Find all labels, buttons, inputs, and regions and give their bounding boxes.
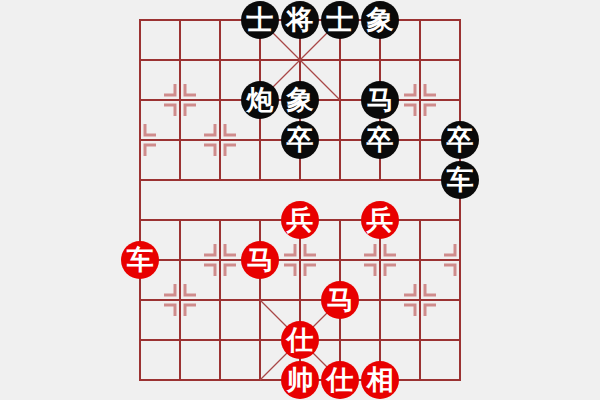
piece-black-advisor[interactable]: 士 [241,1,279,39]
board-cell[interactable] [440,200,480,240]
board-cell[interactable]: 帅 [280,360,320,400]
piece-black-advisor[interactable]: 士 [321,1,359,39]
board-cell[interactable]: 士 [320,0,360,40]
board-cell[interactable] [200,200,240,240]
board-cell[interactable] [440,320,480,360]
board-cell[interactable]: 卒 [360,120,400,160]
board-cell[interactable]: 卒 [280,120,320,160]
board-cell[interactable] [360,40,400,80]
board-cell[interactable] [120,200,160,240]
piece-black-general[interactable]: 将 [281,1,319,39]
board-cell[interactable]: 兵 [360,200,400,240]
board-cell[interactable] [160,40,200,80]
piece-red-horse[interactable]: 马 [321,281,359,319]
board-cell[interactable] [440,40,480,80]
board-cell[interactable] [400,0,440,40]
board-cell[interactable] [320,240,360,280]
board-cell[interactable] [200,0,240,40]
piece-red-general[interactable]: 帅 [281,361,319,399]
board-cell[interactable] [160,280,200,320]
board-cell[interactable] [200,240,240,280]
board-cell[interactable]: 象 [360,0,400,40]
board-cell[interactable]: 仕 [320,360,360,400]
board-cell[interactable] [120,160,160,200]
board-cell[interactable] [200,360,240,400]
piece-black-elephant[interactable]: 象 [361,1,399,39]
board-cell[interactable] [440,240,480,280]
board-cell[interactable]: 车 [440,160,480,200]
board-cell[interactable] [440,0,480,40]
board-cell[interactable] [440,80,480,120]
piece-red-elephant[interactable]: 相 [361,361,399,399]
board-cell[interactable]: 马 [320,280,360,320]
board-cell[interactable] [440,280,480,320]
board-cell[interactable] [240,280,280,320]
board-cell[interactable] [160,240,200,280]
xiangqi-board: 士将士象炮象马卒卒卒车兵兵车马马仕帅仕相 [0,0,600,400]
piece-red-advisor[interactable]: 仕 [321,361,359,399]
board-cell[interactable] [160,0,200,40]
board-cell[interactable] [160,200,200,240]
board-cell[interactable] [120,0,160,40]
board-cell[interactable] [200,160,240,200]
board-cell[interactable] [240,120,280,160]
board-cell[interactable] [360,160,400,200]
board-cell[interactable] [160,120,200,160]
board-cell[interactable] [240,320,280,360]
board-intersections: 士将士象炮象马卒卒卒车兵兵车马马仕帅仕相 [120,0,480,400]
board-cell[interactable] [320,320,360,360]
board-cell[interactable] [320,200,360,240]
board-cell[interactable] [400,240,440,280]
board-cell[interactable] [240,160,280,200]
board-cell[interactable]: 马 [360,80,400,120]
board-cell[interactable] [400,40,440,80]
board-cell[interactable]: 卒 [440,120,480,160]
piece-black-elephant[interactable]: 象 [281,81,319,119]
piece-black-soldier[interactable]: 卒 [281,121,319,159]
piece-black-cannon[interactable]: 炮 [241,81,279,119]
board-cell[interactable] [160,160,200,200]
board-cell[interactable] [200,320,240,360]
board-cell[interactable]: 士 [240,0,280,40]
board-cell[interactable]: 车 [120,240,160,280]
piece-red-soldier[interactable]: 兵 [281,201,319,239]
board-cell[interactable] [400,120,440,160]
board-cell[interactable] [280,240,320,280]
board-cell[interactable] [200,280,240,320]
board-cell[interactable] [200,80,240,120]
board-cell[interactable] [280,280,320,320]
board-cell[interactable] [320,120,360,160]
piece-black-soldier[interactable]: 卒 [441,121,479,159]
board-cell[interactable] [320,40,360,80]
board-cell[interactable]: 炮 [240,80,280,120]
board-cell[interactable] [400,200,440,240]
board-cell[interactable] [320,80,360,120]
board-cell[interactable]: 仕 [280,320,320,360]
piece-red-soldier[interactable]: 兵 [361,201,399,239]
board-cell[interactable] [280,160,320,200]
piece-black-soldier[interactable]: 卒 [361,121,399,159]
board-cell[interactable] [400,320,440,360]
board-cell[interactable] [160,320,200,360]
board-cell[interactable] [160,360,200,400]
board-cell[interactable] [120,120,160,160]
board-cell[interactable] [200,120,240,160]
board-cell[interactable]: 马 [240,240,280,280]
board-cell[interactable]: 将 [280,0,320,40]
board-cell[interactable]: 相 [360,360,400,400]
board-cell[interactable] [240,40,280,80]
board-cell[interactable]: 象 [280,80,320,120]
board-cell[interactable] [240,200,280,240]
piece-red-horse[interactable]: 马 [241,241,279,279]
piece-black-chariot[interactable]: 车 [441,161,479,199]
board-cell[interactable] [440,360,480,400]
piece-red-chariot[interactable]: 车 [121,241,159,279]
board-cell[interactable] [400,160,440,200]
board-cell[interactable] [120,320,160,360]
board-cell[interactable] [280,40,320,80]
board-cell[interactable] [320,160,360,200]
board-cell[interactable] [360,280,400,320]
board-cell[interactable] [120,360,160,400]
board-cell[interactable] [400,280,440,320]
board-cell[interactable] [240,360,280,400]
board-cell[interactable] [200,40,240,80]
board-cell[interactable] [360,240,400,280]
board-cell[interactable] [160,80,200,120]
board-cell[interactable] [360,320,400,360]
xiangqi-app: 士将士象炮象马卒卒卒车兵兵车马马仕帅仕相 [0,0,600,400]
board-cell[interactable] [400,80,440,120]
board-cell[interactable] [120,80,160,120]
board-cell[interactable] [120,280,160,320]
piece-red-advisor[interactable]: 仕 [281,321,319,359]
board-cell[interactable]: 兵 [280,200,320,240]
board-cell[interactable] [120,40,160,80]
piece-black-horse[interactable]: 马 [361,81,399,119]
board-cell[interactable] [400,360,440,400]
